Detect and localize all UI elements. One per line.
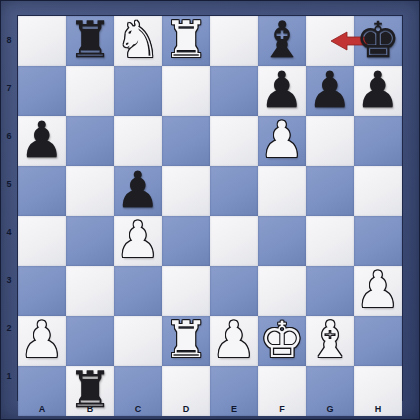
- square-b1[interactable]: ♜: [66, 366, 114, 416]
- square-e6[interactable]: [210, 116, 258, 166]
- rank-label-7: 7: [2, 64, 16, 112]
- square-b2[interactable]: [66, 316, 114, 366]
- piece-white-pawn-c4[interactable]: ♟: [116, 215, 161, 265]
- file-label-a: A: [18, 400, 66, 417]
- square-a3[interactable]: [18, 266, 66, 316]
- square-b4[interactable]: [66, 216, 114, 266]
- file-label-f: F: [258, 400, 306, 417]
- square-f8[interactable]: ♝: [258, 16, 306, 66]
- square-g6[interactable]: [306, 116, 354, 166]
- piece-white-bishop-g2[interactable]: ♝: [308, 315, 353, 365]
- square-g7[interactable]: ♟: [306, 66, 354, 116]
- square-a4[interactable]: [18, 216, 66, 266]
- square-c4[interactable]: ♟: [114, 216, 162, 266]
- piece-white-rook-d8[interactable]: ♜: [164, 15, 209, 65]
- square-g2[interactable]: ♝: [306, 316, 354, 366]
- file-label-c: C: [114, 400, 162, 417]
- file-label-h: H: [354, 400, 402, 417]
- square-b7[interactable]: [66, 66, 114, 116]
- square-f4[interactable]: [258, 216, 306, 266]
- square-c5[interactable]: ♟: [114, 166, 162, 216]
- piece-black-king-h8[interactable]: ♚: [356, 15, 401, 65]
- square-e5[interactable]: [210, 166, 258, 216]
- square-f7[interactable]: ♟: [258, 66, 306, 116]
- square-g5[interactable]: [306, 166, 354, 216]
- square-d3[interactable]: [162, 266, 210, 316]
- square-d2[interactable]: ♜: [162, 316, 210, 366]
- file-label-g: G: [306, 400, 354, 417]
- piece-white-pawn-h3[interactable]: ♟: [356, 265, 401, 315]
- square-b3[interactable]: [66, 266, 114, 316]
- square-c8[interactable]: ♞: [114, 16, 162, 66]
- piece-white-knight-c8[interactable]: ♞: [116, 15, 161, 65]
- square-g8[interactable]: [306, 16, 354, 66]
- square-d4[interactable]: [162, 216, 210, 266]
- piece-white-king-f2[interactable]: ♚: [260, 315, 305, 365]
- square-e7[interactable]: [210, 66, 258, 116]
- piece-black-pawn-g7[interactable]: ♟: [308, 65, 353, 115]
- square-a8[interactable]: [18, 16, 66, 66]
- square-d6[interactable]: [162, 116, 210, 166]
- square-d5[interactable]: [162, 166, 210, 216]
- square-f5[interactable]: [258, 166, 306, 216]
- square-f2[interactable]: ♚: [258, 316, 306, 366]
- square-h2[interactable]: [354, 316, 402, 366]
- square-g3[interactable]: [306, 266, 354, 316]
- square-h8[interactable]: ♚: [354, 16, 402, 66]
- square-h4[interactable]: [354, 216, 402, 266]
- piece-black-pawn-a6[interactable]: ♟: [20, 115, 65, 165]
- rank-label-5: 5: [2, 160, 16, 208]
- square-a5[interactable]: [18, 166, 66, 216]
- rank-label-3: 3: [2, 256, 16, 304]
- square-h6[interactable]: [354, 116, 402, 166]
- square-h3[interactable]: ♟: [354, 266, 402, 316]
- file-label-e: E: [210, 400, 258, 417]
- square-d7[interactable]: [162, 66, 210, 116]
- square-a6[interactable]: ♟: [18, 116, 66, 166]
- square-b8[interactable]: ♜: [66, 16, 114, 66]
- rank-label-1: 1: [2, 352, 16, 400]
- square-g4[interactable]: [306, 216, 354, 266]
- square-a2[interactable]: ♟: [18, 316, 66, 366]
- piece-black-pawn-f7[interactable]: ♟: [260, 65, 305, 115]
- rank-label-8: 8: [2, 16, 16, 64]
- chessboard: ♜♞♜♝♚♟♟♟♟♟♟♟♟♟♜♟♚♝♜: [18, 16, 402, 400]
- piece-black-pawn-c5[interactable]: ♟: [116, 165, 161, 215]
- square-f6[interactable]: ♟: [258, 116, 306, 166]
- square-b6[interactable]: [66, 116, 114, 166]
- square-c6[interactable]: [114, 116, 162, 166]
- file-label-d: D: [162, 400, 210, 417]
- square-d8[interactable]: ♜: [162, 16, 210, 66]
- square-e8[interactable]: [210, 16, 258, 66]
- piece-black-rook-b8[interactable]: ♜: [68, 15, 113, 65]
- square-h5[interactable]: [354, 166, 402, 216]
- piece-white-pawn-e2[interactable]: ♟: [212, 315, 257, 365]
- square-c3[interactable]: [114, 266, 162, 316]
- piece-black-bishop-f8[interactable]: ♝: [260, 15, 305, 65]
- square-c2[interactable]: [114, 316, 162, 366]
- square-a7[interactable]: [18, 66, 66, 116]
- square-c7[interactable]: [114, 66, 162, 116]
- piece-white-rook-d2[interactable]: ♜: [164, 315, 209, 365]
- piece-black-pawn-h7[interactable]: ♟: [356, 65, 401, 115]
- piece-white-pawn-f6[interactable]: ♟: [260, 115, 305, 165]
- rank-label-6: 6: [2, 112, 16, 160]
- chessboard-frame: ♜♞♜♝♚♟♟♟♟♟♟♟♟♟♜♟♚♝♜ 87654321 ABCDEFGH: [0, 0, 420, 420]
- square-e2[interactable]: ♟: [210, 316, 258, 366]
- square-h7[interactable]: ♟: [354, 66, 402, 116]
- piece-white-pawn-a2[interactable]: ♟: [20, 315, 65, 365]
- square-e3[interactable]: [210, 266, 258, 316]
- square-f3[interactable]: [258, 266, 306, 316]
- square-b5[interactable]: [66, 166, 114, 216]
- rank-label-4: 4: [2, 208, 16, 256]
- rank-label-2: 2: [2, 304, 16, 352]
- piece-black-rook-b1[interactable]: ♜: [68, 365, 113, 415]
- square-e4[interactable]: [210, 216, 258, 266]
